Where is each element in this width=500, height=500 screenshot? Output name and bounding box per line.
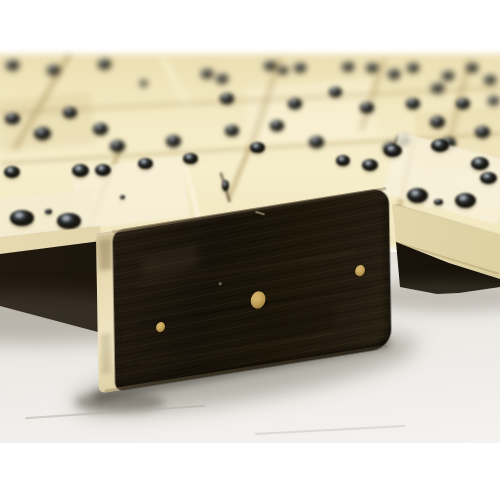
- bone-edge-smudge: [99, 239, 111, 271]
- bone-edge-smudge: [101, 333, 112, 375]
- ebony-speck: [218, 282, 221, 285]
- surface-crease: [255, 425, 405, 434]
- domino-photo: [0, 0, 500, 500]
- white-backdrop-edge: [0, 443, 500, 500]
